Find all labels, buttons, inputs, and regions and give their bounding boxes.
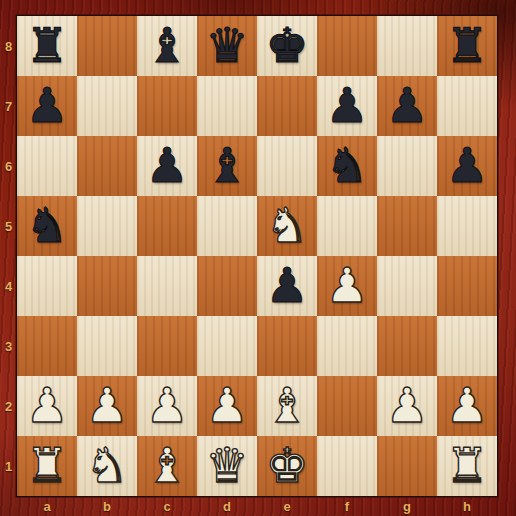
square-f3[interactable] <box>317 316 377 376</box>
piece-white-pawn: ♟ <box>437 376 497 436</box>
square-c6[interactable]: ♟ <box>137 136 197 196</box>
rank-label-1: 1 <box>0 436 17 496</box>
square-b2[interactable]: ♟ <box>77 376 137 436</box>
board-frame: ♜♝♛♚♜♟♟♟♟♝♞♟♞♞♟♟♟♟♟♟♝♟♟♜♞♝♛♚♜ 87654321ab… <box>0 0 516 516</box>
piece-white-rook: ♜ <box>437 436 497 496</box>
square-f4[interactable]: ♟ <box>317 256 377 316</box>
piece-white-rook: ♜ <box>17 436 77 496</box>
square-h5[interactable] <box>437 196 497 256</box>
piece-white-pawn: ♟ <box>377 376 437 436</box>
square-e8[interactable]: ♚ <box>257 16 317 76</box>
chess-board: ♜♝♛♚♜♟♟♟♟♝♞♟♞♞♟♟♟♟♟♟♝♟♟♜♞♝♛♚♜ <box>17 16 497 496</box>
file-label-h: h <box>437 496 497 516</box>
piece-black-king: ♚ <box>257 16 317 76</box>
square-g4[interactable] <box>377 256 437 316</box>
square-g6[interactable] <box>377 136 437 196</box>
square-c7[interactable] <box>137 76 197 136</box>
file-label-f: f <box>317 496 377 516</box>
piece-white-knight: ♞ <box>257 196 317 256</box>
piece-white-pawn: ♟ <box>317 256 377 316</box>
square-e2[interactable]: ♝ <box>257 376 317 436</box>
piece-black-rook: ♜ <box>17 16 77 76</box>
piece-black-knight: ♞ <box>17 196 77 256</box>
rank-label-6: 6 <box>0 136 17 196</box>
file-label-d: d <box>197 496 257 516</box>
square-g8[interactable] <box>377 16 437 76</box>
square-e7[interactable] <box>257 76 317 136</box>
square-f5[interactable] <box>317 196 377 256</box>
rank-label-4: 4 <box>0 256 17 316</box>
square-d6[interactable]: ♝ <box>197 136 257 196</box>
square-a3[interactable] <box>17 316 77 376</box>
square-f8[interactable] <box>317 16 377 76</box>
square-a4[interactable] <box>17 256 77 316</box>
square-g5[interactable] <box>377 196 437 256</box>
square-g7[interactable]: ♟ <box>377 76 437 136</box>
square-e5[interactable]: ♞ <box>257 196 317 256</box>
file-label-e: e <box>257 496 317 516</box>
square-g1[interactable] <box>377 436 437 496</box>
square-a8[interactable]: ♜ <box>17 16 77 76</box>
square-e1[interactable]: ♚ <box>257 436 317 496</box>
square-h2[interactable]: ♟ <box>437 376 497 436</box>
square-f6[interactable]: ♞ <box>317 136 377 196</box>
file-label-a: a <box>17 496 77 516</box>
square-d8[interactable]: ♛ <box>197 16 257 76</box>
piece-white-pawn: ♟ <box>17 376 77 436</box>
square-c4[interactable] <box>137 256 197 316</box>
piece-black-pawn: ♟ <box>137 136 197 196</box>
square-h6[interactable]: ♟ <box>437 136 497 196</box>
square-c1[interactable]: ♝ <box>137 436 197 496</box>
square-a2[interactable]: ♟ <box>17 376 77 436</box>
square-f1[interactable] <box>317 436 377 496</box>
square-b6[interactable] <box>77 136 137 196</box>
square-g3[interactable] <box>377 316 437 376</box>
square-a1[interactable]: ♜ <box>17 436 77 496</box>
piece-white-bishop: ♝ <box>137 436 197 496</box>
piece-white-king: ♚ <box>257 436 317 496</box>
piece-white-pawn: ♟ <box>197 376 257 436</box>
square-e6[interactable] <box>257 136 317 196</box>
square-d7[interactable] <box>197 76 257 136</box>
piece-black-queen: ♛ <box>197 16 257 76</box>
square-d5[interactable] <box>197 196 257 256</box>
square-h4[interactable] <box>437 256 497 316</box>
square-e4[interactable]: ♟ <box>257 256 317 316</box>
square-a5[interactable]: ♞ <box>17 196 77 256</box>
square-h3[interactable] <box>437 316 497 376</box>
piece-black-rook: ♜ <box>437 16 497 76</box>
piece-black-bishop: ♝ <box>137 16 197 76</box>
piece-white-pawn: ♟ <box>137 376 197 436</box>
square-c8[interactable]: ♝ <box>137 16 197 76</box>
square-a6[interactable] <box>17 136 77 196</box>
piece-black-pawn: ♟ <box>437 136 497 196</box>
square-f2[interactable] <box>317 376 377 436</box>
piece-white-bishop: ♝ <box>257 376 317 436</box>
square-c3[interactable] <box>137 316 197 376</box>
square-b8[interactable] <box>77 16 137 76</box>
piece-black-pawn: ♟ <box>257 256 317 316</box>
rank-label-5: 5 <box>0 196 17 256</box>
square-e3[interactable] <box>257 316 317 376</box>
square-h1[interactable]: ♜ <box>437 436 497 496</box>
piece-black-bishop: ♝ <box>197 136 257 196</box>
square-d4[interactable] <box>197 256 257 316</box>
square-d2[interactable]: ♟ <box>197 376 257 436</box>
square-f7[interactable]: ♟ <box>317 76 377 136</box>
square-g2[interactable]: ♟ <box>377 376 437 436</box>
piece-black-knight: ♞ <box>317 136 377 196</box>
file-label-c: c <box>137 496 197 516</box>
piece-white-knight: ♞ <box>77 436 137 496</box>
square-b4[interactable] <box>77 256 137 316</box>
piece-black-pawn: ♟ <box>17 76 77 136</box>
square-b1[interactable]: ♞ <box>77 436 137 496</box>
square-h7[interactable] <box>437 76 497 136</box>
piece-black-pawn: ♟ <box>377 76 437 136</box>
square-b7[interactable] <box>77 76 137 136</box>
square-c2[interactable]: ♟ <box>137 376 197 436</box>
file-label-g: g <box>377 496 437 516</box>
piece-white-pawn: ♟ <box>77 376 137 436</box>
file-label-b: b <box>77 496 137 516</box>
piece-black-pawn: ♟ <box>317 76 377 136</box>
square-a7[interactable]: ♟ <box>17 76 77 136</box>
rank-label-3: 3 <box>0 316 17 376</box>
square-h8[interactable]: ♜ <box>437 16 497 76</box>
rank-label-8: 8 <box>0 16 17 76</box>
square-c5[interactable] <box>137 196 197 256</box>
square-b5[interactable] <box>77 196 137 256</box>
piece-white-queen: ♛ <box>197 436 257 496</box>
square-d1[interactable]: ♛ <box>197 436 257 496</box>
rank-label-7: 7 <box>0 76 17 136</box>
square-d3[interactable] <box>197 316 257 376</box>
rank-label-2: 2 <box>0 376 17 436</box>
square-b3[interactable] <box>77 316 137 376</box>
